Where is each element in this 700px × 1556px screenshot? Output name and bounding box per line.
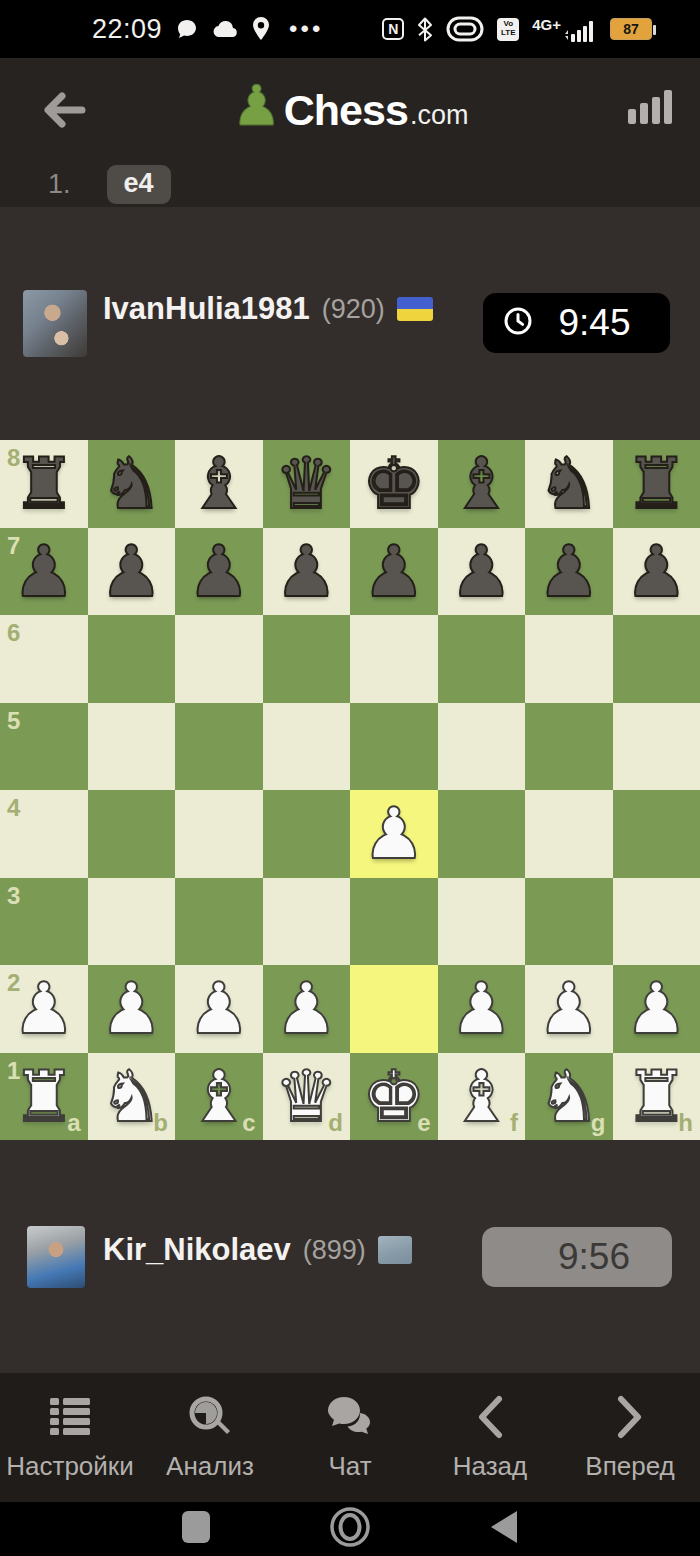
square-c3[interactable] [175, 878, 263, 966]
piece-black-knight-g8[interactable]: ♞ [525, 440, 613, 528]
square-a1[interactable]: 1a♜ [0, 1053, 88, 1141]
square-b5[interactable] [88, 703, 176, 791]
piece-white-bishop-f1[interactable]: ♝ [438, 1053, 526, 1141]
piece-white-pawn-f2[interactable]: ♟ [438, 965, 526, 1053]
piece-white-queen-d1[interactable]: ♛ [263, 1053, 351, 1141]
square-f5[interactable] [438, 703, 526, 791]
piece-white-knight-b1[interactable]: ♞ [88, 1053, 176, 1141]
piece-black-queen-d8[interactable]: ♛ [263, 440, 351, 528]
piece-black-pawn-d7[interactable]: ♟ [263, 528, 351, 616]
piece-black-pawn-c7[interactable]: ♟ [175, 528, 263, 616]
piece-white-pawn-b2[interactable]: ♟ [88, 965, 176, 1053]
opponent-username[interactable]: IvanHulia1981 [103, 291, 310, 327]
notification-location-icon [252, 17, 270, 41]
piece-white-pawn-g2[interactable]: ♟ [525, 965, 613, 1053]
move-e4-badge[interactable]: e4 [107, 165, 171, 204]
square-e7[interactable]: ♟ [350, 528, 438, 616]
piece-white-pawn-c2[interactable]: ♟ [175, 965, 263, 1053]
piece-black-bishop-f8[interactable]: ♝ [438, 440, 526, 528]
ukraine-flag-icon [397, 297, 433, 321]
square-f8[interactable]: ♝ [438, 440, 526, 528]
square-d4[interactable] [263, 790, 351, 878]
own-avatar[interactable] [27, 1226, 85, 1288]
square-g5[interactable] [525, 703, 613, 791]
opponent-time: 9:45 [533, 302, 656, 344]
android-back-button[interactable] [489, 1509, 519, 1549]
square-a4[interactable]: 4 [0, 790, 88, 878]
volte-icon: VoLTE [497, 18, 519, 41]
move-list: 1. e4 [0, 162, 700, 207]
chevron-right-icon [617, 1393, 643, 1441]
nfc-icon: N [382, 18, 404, 40]
square-h1[interactable]: h♜ [613, 1053, 700, 1141]
square-b6[interactable] [88, 615, 176, 703]
chesscom-pawn-logo-icon: ♟ [232, 78, 282, 134]
square-c7[interactable]: ♟ [175, 528, 263, 616]
square-f1[interactable]: f♝ [438, 1053, 526, 1141]
chevron-left-icon [477, 1393, 503, 1441]
square-e3[interactable] [350, 878, 438, 966]
rank-label-5: 5 [7, 709, 20, 733]
rank-label-4: 4 [7, 796, 20, 820]
connection-bars-icon[interactable] [628, 90, 672, 124]
settings-button[interactable]: Настройки [0, 1373, 140, 1502]
square-c2[interactable]: ♟ [175, 965, 263, 1053]
square-d8[interactable]: ♛ [263, 440, 351, 528]
chat-bubbles-icon [326, 1393, 374, 1441]
piece-white-rook-a1[interactable]: ♜ [0, 1053, 88, 1141]
rank-label-3: 3 [7, 884, 20, 908]
square-a5[interactable]: 5 [0, 703, 88, 791]
square-a8[interactable]: 8♜ [0, 440, 88, 528]
square-g7[interactable]: ♟ [525, 528, 613, 616]
square-c6[interactable] [175, 615, 263, 703]
forward-move-button[interactable]: Вперед [560, 1373, 700, 1502]
square-g2[interactable]: ♟ [525, 965, 613, 1053]
piece-white-pawn-a2[interactable]: ♟ [0, 965, 88, 1053]
notification-chat-bubble-icon [175, 17, 199, 41]
square-g3[interactable] [525, 878, 613, 966]
square-b3[interactable] [88, 878, 176, 966]
piece-black-rook-a8[interactable]: ♜ [0, 440, 88, 528]
square-b4[interactable] [88, 790, 176, 878]
app-header: ♟ Chess .com [0, 58, 700, 162]
own-clock: 9:56 [482, 1227, 672, 1287]
chess-board: 8♜♞♝♛♚♝♞♜7♟♟♟♟♟♟♟♟654♟32♟♟♟♟♟♟♟1a♜b♞c♝d♛… [0, 440, 700, 1140]
square-a7[interactable]: 7♟ [0, 528, 88, 616]
square-g4[interactable] [525, 790, 613, 878]
recents-button[interactable] [181, 1510, 211, 1548]
square-b8[interactable]: ♞ [88, 440, 176, 528]
piece-white-pawn-h2[interactable]: ♟ [613, 965, 700, 1053]
square-e8[interactable]: ♚ [350, 440, 438, 528]
square-d2[interactable]: ♟ [263, 965, 351, 1053]
square-h3[interactable] [613, 878, 700, 966]
status-time: 22:09 [92, 14, 162, 45]
chesscom-logo: ♟ Chess .com [0, 58, 700, 162]
piece-black-pawn-f7[interactable]: ♟ [438, 528, 526, 616]
forward-move-label: Вперед [585, 1451, 674, 1482]
piece-black-pawn-h7[interactable]: ♟ [613, 528, 700, 616]
opponent-rating: (920) [322, 294, 385, 325]
square-g8[interactable]: ♞ [525, 440, 613, 528]
chess-com-app-screen: 22:09 ••• N VoLTE 4G+ [0, 0, 700, 1556]
piece-black-king-e8[interactable]: ♚ [350, 440, 438, 528]
square-f3[interactable] [438, 878, 526, 966]
back-move-label: Назад [453, 1451, 528, 1482]
square-d3[interactable] [263, 878, 351, 966]
notification-cloud-icon [212, 19, 239, 39]
battery-icon: 87 [610, 18, 652, 40]
chat-label: Чат [328, 1451, 371, 1482]
data-saver-oval-icon [446, 16, 484, 42]
android-status-bar: 22:09 ••• N VoLTE 4G+ [0, 0, 700, 58]
piece-white-pawn-d2[interactable]: ♟ [263, 965, 351, 1053]
back-move-button[interactable]: Назад [420, 1373, 560, 1502]
clock-icon [503, 306, 533, 340]
square-e2[interactable] [350, 965, 438, 1053]
home-button[interactable] [329, 1506, 371, 1552]
network-type-label: 4G+ [532, 17, 561, 32]
square-e4[interactable]: ♟ [350, 790, 438, 878]
piece-black-knight-b8[interactable]: ♞ [88, 440, 176, 528]
square-c1[interactable]: c♝ [175, 1053, 263, 1141]
chat-button[interactable]: Чат [280, 1373, 420, 1502]
piece-white-king-e1[interactable]: ♚ [350, 1053, 438, 1141]
square-f6[interactable] [438, 615, 526, 703]
piece-white-pawn-e4[interactable]: ♟ [350, 790, 438, 878]
own-rating: (899) [303, 1235, 366, 1266]
square-b1[interactable]: b♞ [88, 1053, 176, 1141]
square-c5[interactable] [175, 703, 263, 791]
game-toolbar: Настройки Анализ Чат Назад Вперед [0, 1373, 700, 1502]
opponent-player-panel: IvanHulia1981 (920) 9:45 [0, 207, 700, 440]
square-g1[interactable]: g♞ [525, 1053, 613, 1141]
square-h4[interactable] [613, 790, 700, 878]
settings-label: Настройки [6, 1451, 134, 1482]
bluetooth-icon [417, 17, 433, 42]
square-e1[interactable]: e♚ [350, 1053, 438, 1141]
square-d6[interactable] [263, 615, 351, 703]
analysis-magnifier-icon [187, 1393, 233, 1441]
piece-white-knight-g1[interactable]: ♞ [525, 1053, 613, 1141]
settings-list-icon [48, 1393, 92, 1441]
own-time: 9:56 [558, 1236, 630, 1278]
analysis-button[interactable]: Анализ [140, 1373, 280, 1502]
square-b7[interactable]: ♟ [88, 528, 176, 616]
square-f7[interactable]: ♟ [438, 528, 526, 616]
piece-black-pawn-e7[interactable]: ♟ [350, 528, 438, 616]
own-player-panel: Kir_Nikolaev (899) 9:56 [0, 1140, 700, 1373]
piece-black-pawn-g7[interactable]: ♟ [525, 528, 613, 616]
square-e6[interactable] [350, 615, 438, 703]
cellular-signal-icon: 4G+ [532, 14, 597, 44]
back-arrow-button[interactable] [40, 86, 88, 134]
square-h5[interactable] [613, 703, 700, 791]
square-g6[interactable] [525, 615, 613, 703]
square-d5[interactable] [263, 703, 351, 791]
opponent-avatar[interactable] [23, 290, 87, 357]
square-h6[interactable] [613, 615, 700, 703]
own-username[interactable]: Kir_Nikolaev [103, 1232, 291, 1268]
square-a3[interactable]: 3 [0, 878, 88, 966]
square-c4[interactable] [175, 790, 263, 878]
chesscom-logo-tld: .com [410, 100, 469, 131]
move-number: 1. [48, 169, 71, 200]
piece-black-rook-h8[interactable]: ♜ [613, 440, 700, 528]
square-h7[interactable]: ♟ [613, 528, 700, 616]
gray-flag-icon [378, 1236, 412, 1264]
more-notifications-dots-icon: ••• [289, 15, 323, 43]
piece-black-pawn-a7[interactable]: ♟ [0, 528, 88, 616]
square-f2[interactable]: ♟ [438, 965, 526, 1053]
square-e5[interactable] [350, 703, 438, 791]
piece-white-bishop-c1[interactable]: ♝ [175, 1053, 263, 1141]
square-d1[interactable]: d♛ [263, 1053, 351, 1141]
piece-black-pawn-b7[interactable]: ♟ [88, 528, 176, 616]
square-h8[interactable]: ♜ [613, 440, 700, 528]
square-c8[interactable]: ♝ [175, 440, 263, 528]
square-a6[interactable]: 6 [0, 615, 88, 703]
square-d7[interactable]: ♟ [263, 528, 351, 616]
analysis-label: Анализ [166, 1451, 254, 1482]
square-h2[interactable]: ♟ [613, 965, 700, 1053]
rank-label-6: 6 [7, 621, 20, 645]
square-a2[interactable]: 2♟ [0, 965, 88, 1053]
piece-black-bishop-c8[interactable]: ♝ [175, 440, 263, 528]
android-navigation-bar [0, 1502, 700, 1556]
piece-white-rook-h1[interactable]: ♜ [613, 1053, 700, 1141]
square-f4[interactable] [438, 790, 526, 878]
chesscom-logo-text: Chess [284, 86, 408, 135]
square-b2[interactable]: ♟ [88, 965, 176, 1053]
opponent-clock: 9:45 [483, 293, 670, 353]
